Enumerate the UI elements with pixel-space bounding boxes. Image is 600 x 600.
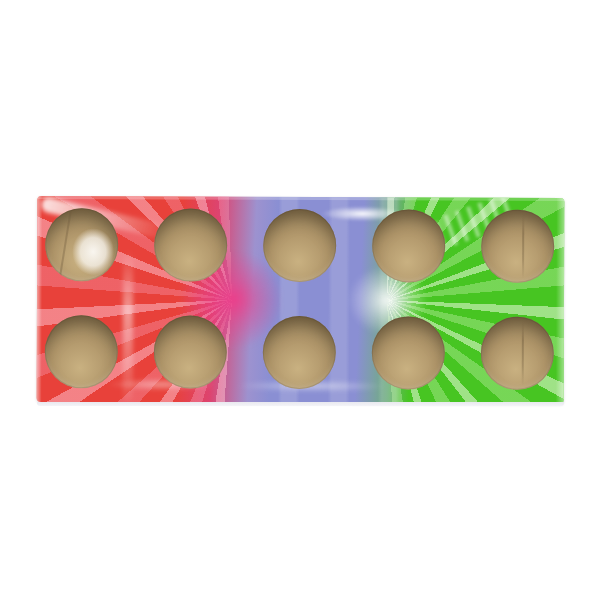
pit-r2c1[interactable] [45,315,118,388]
pit-r1c3[interactable] [263,209,336,282]
pit-r1c1[interactable] [45,208,118,281]
pit-r2c5[interactable] [481,317,554,390]
pit-r1c4[interactable] [372,209,445,282]
mancala-board [37,196,565,404]
board-bottom-edge [37,402,564,406]
pit-r2c2[interactable] [154,315,227,388]
pit-r1c5[interactable] [481,210,554,283]
pit-r1c2[interactable] [154,208,227,281]
pit-r2c3[interactable] [263,316,336,389]
photo-background [0,0,600,600]
pit-grid [37,196,565,404]
pit-r2c4[interactable] [372,316,445,389]
